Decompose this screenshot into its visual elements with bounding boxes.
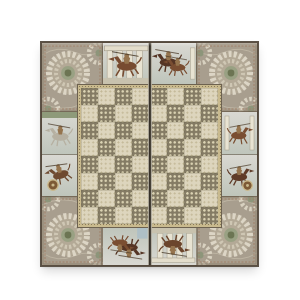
- battle-panel-left-upper: [42, 112, 77, 155]
- square-b4[interactable]: [98, 156, 115, 173]
- square-f1[interactable]: [167, 207, 184, 224]
- square-h5[interactable]: [201, 139, 218, 156]
- square-f7[interactable]: [167, 105, 184, 122]
- square-g6[interactable]: [184, 122, 201, 139]
- horseman-columns-scene-icon: [103, 43, 150, 84]
- square-g4[interactable]: [184, 156, 201, 173]
- square-e1[interactable]: [150, 207, 167, 224]
- square-a8[interactable]: [81, 88, 98, 105]
- square-e2[interactable]: [150, 190, 167, 207]
- square-c1[interactable]: [115, 207, 132, 224]
- cavalry-battle-scene-icon: [103, 228, 150, 265]
- cavalry-battle-scene-icon: [150, 43, 197, 84]
- square-e4[interactable]: [150, 156, 167, 173]
- square-h1[interactable]: [201, 207, 218, 224]
- leaping-horse-scene-icon: [42, 112, 77, 155]
- square-a1[interactable]: [81, 207, 98, 224]
- square-g2[interactable]: [184, 190, 201, 207]
- horseman-shield-scene-icon: [222, 155, 257, 196]
- square-f8[interactable]: [167, 88, 184, 105]
- square-c5[interactable]: [115, 139, 132, 156]
- battle-panel-left-lower: [42, 155, 77, 196]
- battle-panel-top-right: [150, 43, 197, 84]
- square-c2[interactable]: [115, 190, 132, 207]
- square-g7[interactable]: [184, 105, 201, 122]
- square-f2[interactable]: [167, 190, 184, 207]
- square-a4[interactable]: [81, 156, 98, 173]
- square-e8[interactable]: [150, 88, 167, 105]
- square-f5[interactable]: [167, 139, 184, 156]
- folding-chessboard: [42, 43, 257, 265]
- square-b3[interactable]: [98, 173, 115, 190]
- square-a7[interactable]: [81, 105, 98, 122]
- square-e5[interactable]: [150, 139, 167, 156]
- battle-panel-top-left: [103, 43, 150, 84]
- square-b1[interactable]: [98, 207, 115, 224]
- square-h7[interactable]: [201, 105, 218, 122]
- square-a3[interactable]: [81, 173, 98, 190]
- square-b7[interactable]: [98, 105, 115, 122]
- square-e7[interactable]: [150, 105, 167, 122]
- square-g8[interactable]: [184, 88, 201, 105]
- square-f6[interactable]: [167, 122, 184, 139]
- battle-columns-scene-icon: [222, 112, 257, 155]
- square-a6[interactable]: [81, 122, 98, 139]
- square-a2[interactable]: [81, 190, 98, 207]
- square-c3[interactable]: [115, 173, 132, 190]
- square-g1[interactable]: [184, 207, 201, 224]
- battle-panel-bottom-right: [150, 228, 197, 265]
- square-b5[interactable]: [98, 139, 115, 156]
- square-b2[interactable]: [98, 190, 115, 207]
- square-h8[interactable]: [201, 88, 218, 105]
- square-b8[interactable]: [98, 88, 115, 105]
- square-g5[interactable]: [184, 139, 201, 156]
- square-h4[interactable]: [201, 156, 218, 173]
- square-f3[interactable]: [167, 173, 184, 190]
- battle-panel-right-lower: [222, 155, 257, 196]
- square-f4[interactable]: [167, 156, 184, 173]
- square-h2[interactable]: [201, 190, 218, 207]
- battle-panel-bottom-left: [103, 228, 150, 265]
- square-c7[interactable]: [115, 105, 132, 122]
- fallen-warrior-scene-icon: [42, 155, 77, 196]
- square-c4[interactable]: [115, 156, 132, 173]
- square-c6[interactable]: [115, 122, 132, 139]
- square-h3[interactable]: [201, 173, 218, 190]
- square-c8[interactable]: [115, 88, 132, 105]
- square-a5[interactable]: [81, 139, 98, 156]
- square-e3[interactable]: [150, 173, 167, 190]
- square-b6[interactable]: [98, 122, 115, 139]
- square-h6[interactable]: [201, 122, 218, 139]
- horseman-columns-scene-icon: [150, 228, 197, 265]
- photo-background: [0, 0, 300, 300]
- hinge-fold-line: [148, 43, 152, 265]
- square-g3[interactable]: [184, 173, 201, 190]
- battle-panel-right-upper: [222, 112, 257, 155]
- square-e6[interactable]: [150, 122, 167, 139]
